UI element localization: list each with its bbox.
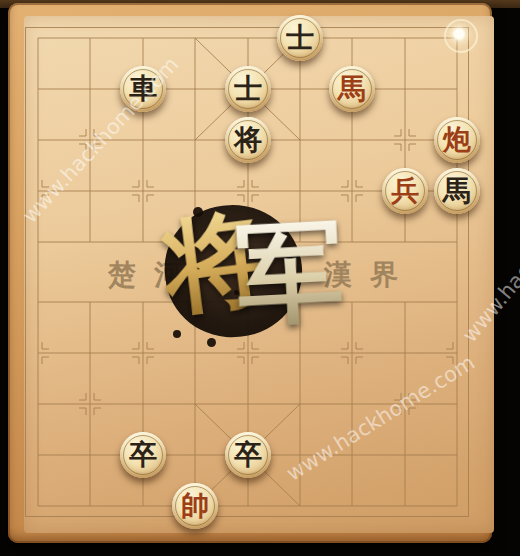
- xiangqi-screenshot: { "game": "xiangqi", "position": { "fen"…: [0, 0, 520, 556]
- piece-glyph: 馬: [443, 177, 471, 205]
- ink-dot: [207, 338, 216, 347]
- piece-glyph: 車: [129, 75, 157, 103]
- piece-black-soldier[interactable]: 卒: [225, 432, 271, 478]
- piece-black-advisor[interactable]: 士: [277, 15, 323, 61]
- piece-glyph: 士: [286, 24, 314, 52]
- piece-glyph: 卒: [234, 441, 262, 469]
- piece-black-chariot[interactable]: 車: [120, 66, 166, 112]
- piece-red-soldier[interactable]: 兵: [382, 168, 428, 214]
- piece-black-horse[interactable]: 馬: [434, 168, 480, 214]
- piece-glyph: 兵: [391, 177, 419, 205]
- piece-glyph: 炮: [443, 126, 471, 154]
- piece-glyph: 帥: [181, 492, 209, 520]
- piece-black-advisor[interactable]: 士: [225, 66, 271, 112]
- piece-black-general[interactable]: 将: [225, 117, 271, 163]
- piece-red-general[interactable]: 帥: [172, 483, 218, 529]
- piece-red-horse[interactable]: 馬: [329, 66, 375, 112]
- piece-black-soldier[interactable]: 卒: [120, 432, 166, 478]
- piece-glyph: 将: [234, 126, 262, 154]
- piece-red-cannon[interactable]: 炮: [434, 117, 480, 163]
- piece-glyph: 馬: [338, 75, 366, 103]
- piece-glyph: 士: [234, 75, 262, 103]
- piece-glyph: 卒: [129, 441, 157, 469]
- last-move-glow-dot: [454, 29, 464, 39]
- check-character-jun: 军: [233, 215, 347, 329]
- ink-dot: [173, 330, 181, 338]
